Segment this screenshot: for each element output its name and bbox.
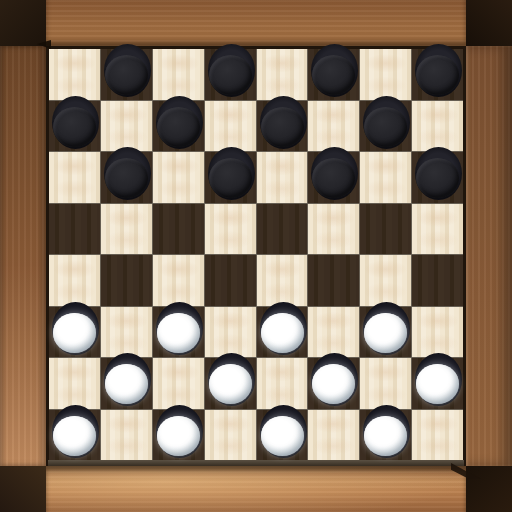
square-d3: [205, 307, 256, 358]
square-d2[interactable]: [205, 358, 256, 409]
board-grid: [49, 49, 463, 460]
square-e3[interactable]: [257, 307, 308, 358]
square-f5: [308, 204, 359, 255]
square-e7[interactable]: [257, 101, 308, 152]
square-a4: [49, 255, 100, 306]
frame-corner-top-right: [466, 0, 512, 46]
white-piece-b2[interactable]: [101, 358, 152, 409]
square-a3[interactable]: [49, 307, 100, 358]
square-b6[interactable]: [101, 152, 152, 203]
square-f6[interactable]: [308, 152, 359, 203]
frame-corner-top-left: [0, 0, 46, 46]
square-a1[interactable]: [49, 410, 100, 461]
square-a2: [49, 358, 100, 409]
square-c2: [153, 358, 204, 409]
white-piece-e1[interactable]: [257, 410, 308, 461]
piece-face: [209, 55, 252, 95]
square-e8: [257, 49, 308, 100]
piece-face: [416, 364, 459, 404]
square-d8[interactable]: [205, 49, 256, 100]
white-piece-f2[interactable]: [308, 358, 359, 409]
frame-corner-bottom-left: [0, 466, 46, 512]
square-h4[interactable]: [412, 255, 463, 306]
square-h5: [412, 204, 463, 255]
white-piece-c3[interactable]: [153, 307, 204, 358]
square-g2: [360, 358, 411, 409]
square-e6: [257, 152, 308, 203]
square-g7[interactable]: [360, 101, 411, 152]
white-piece-a3[interactable]: [49, 307, 100, 358]
square-h8[interactable]: [412, 49, 463, 100]
piece-face: [53, 107, 96, 147]
square-g6: [360, 152, 411, 203]
square-d7: [205, 101, 256, 152]
square-f1: [308, 410, 359, 461]
black-piece-c7[interactable]: [153, 101, 204, 152]
piece-face: [261, 107, 304, 147]
piece-face: [105, 158, 148, 198]
square-b7: [101, 101, 152, 152]
piece-face: [105, 364, 148, 404]
white-piece-a1[interactable]: [49, 410, 100, 461]
square-c3[interactable]: [153, 307, 204, 358]
square-d6[interactable]: [205, 152, 256, 203]
white-piece-h2[interactable]: [412, 358, 463, 409]
black-piece-b6[interactable]: [101, 152, 152, 203]
square-g5[interactable]: [360, 204, 411, 255]
square-c1[interactable]: [153, 410, 204, 461]
square-h6[interactable]: [412, 152, 463, 203]
frame-bar-bottom: [46, 466, 466, 512]
square-f7: [308, 101, 359, 152]
square-d4[interactable]: [205, 255, 256, 306]
square-f2[interactable]: [308, 358, 359, 409]
frame-bar-top: [46, 0, 466, 46]
square-b5: [101, 204, 152, 255]
piece-face: [364, 416, 407, 456]
square-b1: [101, 410, 152, 461]
black-piece-h8[interactable]: [412, 49, 463, 100]
square-g8: [360, 49, 411, 100]
black-piece-d8[interactable]: [205, 49, 256, 100]
checkers-board: [46, 46, 466, 466]
white-piece-g1[interactable]: [360, 410, 411, 461]
white-piece-g3[interactable]: [360, 307, 411, 358]
piece-face: [53, 416, 96, 456]
square-f8[interactable]: [308, 49, 359, 100]
square-g3[interactable]: [360, 307, 411, 358]
square-d1: [205, 410, 256, 461]
piece-face: [364, 313, 407, 353]
square-a7[interactable]: [49, 101, 100, 152]
piece-face: [364, 107, 407, 147]
square-c8: [153, 49, 204, 100]
square-h2[interactable]: [412, 358, 463, 409]
square-f3: [308, 307, 359, 358]
square-g1[interactable]: [360, 410, 411, 461]
square-b2[interactable]: [101, 358, 152, 409]
square-a8: [49, 49, 100, 100]
square-e5[interactable]: [257, 204, 308, 255]
square-a6: [49, 152, 100, 203]
square-d5: [205, 204, 256, 255]
piece-face: [157, 416, 200, 456]
piece-face: [261, 416, 304, 456]
piece-face: [105, 55, 148, 95]
piece-face: [416, 55, 459, 95]
square-c5[interactable]: [153, 204, 204, 255]
black-piece-a7[interactable]: [49, 101, 100, 152]
frame-bar-right: [466, 46, 512, 466]
frame-corner-bottom-right: [466, 466, 512, 512]
black-piece-f8[interactable]: [308, 49, 359, 100]
piece-face: [157, 107, 200, 147]
black-piece-d6[interactable]: [205, 152, 256, 203]
square-b4[interactable]: [101, 255, 152, 306]
white-piece-e3[interactable]: [257, 307, 308, 358]
square-c7[interactable]: [153, 101, 204, 152]
black-piece-g7[interactable]: [360, 101, 411, 152]
square-e2: [257, 358, 308, 409]
piece-face: [157, 313, 200, 353]
white-piece-d2[interactable]: [205, 358, 256, 409]
square-h7: [412, 101, 463, 152]
square-c4: [153, 255, 204, 306]
piece-face: [416, 158, 459, 198]
square-h1: [412, 410, 463, 461]
black-piece-e7[interactable]: [257, 101, 308, 152]
square-e1[interactable]: [257, 410, 308, 461]
white-piece-c1[interactable]: [153, 410, 204, 461]
checkers-game: [0, 0, 512, 512]
piece-face: [209, 158, 252, 198]
piece-face: [53, 313, 96, 353]
square-e4: [257, 255, 308, 306]
square-b3: [101, 307, 152, 358]
square-f4[interactable]: [308, 255, 359, 306]
piece-face: [209, 364, 252, 404]
square-b8[interactable]: [101, 49, 152, 100]
square-h3: [412, 307, 463, 358]
black-piece-h6[interactable]: [412, 152, 463, 203]
piece-face: [261, 313, 304, 353]
black-piece-f6[interactable]: [308, 152, 359, 203]
square-g4: [360, 255, 411, 306]
square-a5[interactable]: [49, 204, 100, 255]
frame-bar-left: [0, 46, 46, 466]
black-piece-b8[interactable]: [101, 49, 152, 100]
square-c6: [153, 152, 204, 203]
